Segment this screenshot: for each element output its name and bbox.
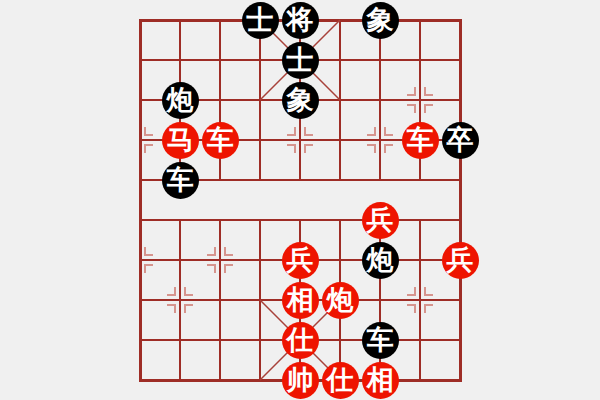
piece-black-soldier[interactable]: 卒: [442, 122, 479, 159]
piece-black-advisor[interactable]: 士: [282, 42, 319, 79]
piece-red-advisor[interactable]: 仕: [322, 362, 359, 399]
piece-red-cannon[interactable]: 炮: [322, 282, 359, 319]
piece-red-soldier[interactable]: 兵: [282, 242, 319, 279]
piece-black-elephant[interactable]: 象: [282, 82, 319, 119]
piece-black-cannon[interactable]: 炮: [162, 82, 199, 119]
piece-black-advisor[interactable]: 士: [242, 2, 279, 39]
piece-black-elephant[interactable]: 象: [362, 2, 399, 39]
piece-black-general[interactable]: 将: [282, 2, 319, 39]
piece-red-chariot[interactable]: 车: [202, 122, 239, 159]
piece-red-soldier[interactable]: 兵: [362, 202, 399, 239]
xiangqi-board: 士将象士炮象马车车卒车兵兵炮兵相炮仕车帅仕相: [120, 0, 480, 400]
piece-red-soldier[interactable]: 兵: [442, 242, 479, 279]
piece-red-chariot[interactable]: 车: [402, 122, 439, 159]
piece-red-elephant[interactable]: 相: [282, 282, 319, 319]
piece-black-chariot[interactable]: 车: [362, 322, 399, 359]
piece-black-chariot[interactable]: 车: [162, 162, 199, 199]
piece-red-horse[interactable]: 马: [162, 122, 199, 159]
xiangqi-app-canvas: 士将象士炮象马车车卒车兵兵炮兵相炮仕车帅仕相: [0, 0, 600, 400]
piece-red-general[interactable]: 帅: [282, 362, 319, 399]
piece-red-elephant[interactable]: 相: [362, 362, 399, 399]
piece-black-cannon[interactable]: 炮: [362, 242, 399, 279]
piece-red-advisor[interactable]: 仕: [282, 322, 319, 359]
